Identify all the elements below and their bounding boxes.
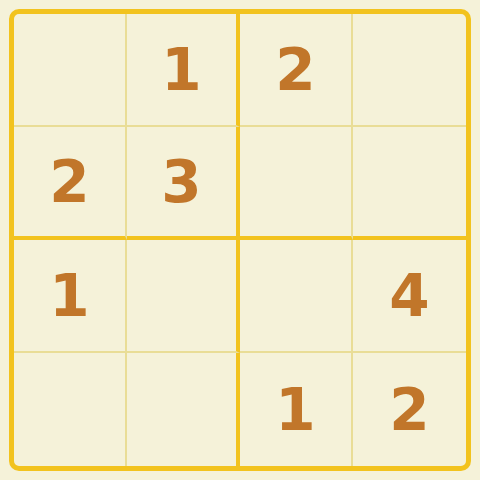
- cell-r1c3: 2: [240, 14, 353, 127]
- cell-r4c3: 1: [240, 353, 353, 466]
- cell-r3c2[interactable]: [127, 240, 240, 353]
- cell-r2c3[interactable]: [240, 127, 353, 240]
- cell-r2c1: 2: [14, 127, 127, 240]
- cell-r4c2[interactable]: [127, 353, 240, 466]
- cell-r4c4: 2: [353, 353, 466, 466]
- cell-r2c2: 3: [127, 127, 240, 240]
- cell-r3c1: 1: [14, 240, 127, 353]
- cell-r1c1[interactable]: [14, 14, 127, 127]
- cell-r1c2: 1: [127, 14, 240, 127]
- cell-r4c1[interactable]: [14, 353, 127, 466]
- sudoku-board: 1 2 2 3 1 4 1 2: [9, 9, 471, 471]
- cell-r1c4[interactable]: [353, 14, 466, 127]
- cell-r2c4[interactable]: [353, 127, 466, 240]
- cell-r3c3[interactable]: [240, 240, 353, 353]
- cell-r3c4: 4: [353, 240, 466, 353]
